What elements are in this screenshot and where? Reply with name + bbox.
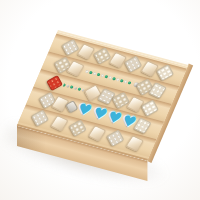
frosted-ring xyxy=(77,43,96,60)
frosted-ring xyxy=(50,115,69,132)
pearl-ring xyxy=(156,64,174,81)
green-gem-chain xyxy=(61,79,86,96)
waffle-ring xyxy=(69,120,87,137)
pave-ring xyxy=(31,109,49,126)
frosted-ring xyxy=(108,52,127,69)
frosted-ring xyxy=(125,135,144,152)
frosted-ring xyxy=(87,125,106,142)
frosted-ring xyxy=(140,60,159,77)
photo-stage: ♥♥♥♥ xyxy=(0,0,200,200)
pave-ring xyxy=(107,130,125,147)
